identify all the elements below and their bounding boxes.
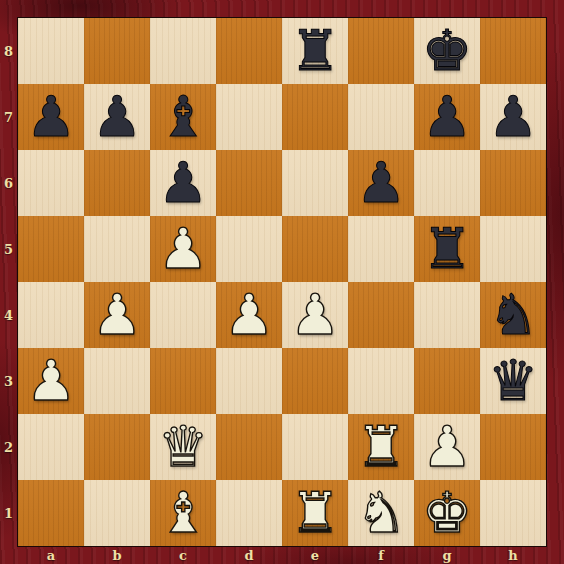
square-b3[interactable] (84, 348, 150, 414)
file-label-a: a (18, 547, 84, 564)
white-pawn-c5[interactable]: ♟ (150, 216, 216, 282)
rank-label-6: 6 (0, 150, 17, 216)
square-h6[interactable] (480, 150, 546, 216)
square-f4[interactable] (348, 282, 414, 348)
square-c2[interactable]: ♛ (150, 414, 216, 480)
square-b6[interactable] (84, 150, 150, 216)
square-a3[interactable]: ♟ (18, 348, 84, 414)
square-d5[interactable] (216, 216, 282, 282)
square-c1[interactable]: ♝ (150, 480, 216, 546)
square-a7[interactable]: ♟ (18, 84, 84, 150)
square-b7[interactable]: ♟ (84, 84, 150, 150)
black-pawn-a7[interactable]: ♟ (18, 84, 84, 150)
square-g3[interactable] (414, 348, 480, 414)
square-d2[interactable] (216, 414, 282, 480)
square-e1[interactable]: ♜ (282, 480, 348, 546)
square-c7[interactable]: ♝ (150, 84, 216, 150)
file-label-b: b (84, 547, 150, 564)
black-pawn-g7[interactable]: ♟ (414, 84, 480, 150)
square-b2[interactable] (84, 414, 150, 480)
square-g7[interactable]: ♟ (414, 84, 480, 150)
square-e2[interactable] (282, 414, 348, 480)
black-pawn-f6[interactable]: ♟ (348, 150, 414, 216)
square-f1[interactable]: ♞ (348, 480, 414, 546)
board-frame: ♜♚♟♟♝♟♟♟♟♟♜♟♟♟♞♟♛♛♜♟♝♜♞♚ 87654321 abcdef… (0, 0, 564, 564)
square-h3[interactable]: ♛ (480, 348, 546, 414)
rank-label-2: 2 (0, 414, 17, 480)
black-pawn-c6[interactable]: ♟ (150, 150, 216, 216)
square-a6[interactable] (18, 150, 84, 216)
square-b4[interactable]: ♟ (84, 282, 150, 348)
white-rook-e1[interactable]: ♜ (282, 480, 348, 546)
square-e3[interactable] (282, 348, 348, 414)
square-a5[interactable] (18, 216, 84, 282)
white-pawn-e4[interactable]: ♟ (282, 282, 348, 348)
square-g6[interactable] (414, 150, 480, 216)
square-f2[interactable]: ♜ (348, 414, 414, 480)
square-c8[interactable] (150, 18, 216, 84)
black-knight-h4[interactable]: ♞ (480, 282, 546, 348)
rank-label-8: 8 (0, 18, 17, 84)
square-b8[interactable] (84, 18, 150, 84)
square-f6[interactable]: ♟ (348, 150, 414, 216)
white-king-g1[interactable]: ♚ (414, 480, 480, 546)
square-c4[interactable] (150, 282, 216, 348)
file-label-e: e (282, 547, 348, 564)
square-b1[interactable] (84, 480, 150, 546)
square-h2[interactable] (480, 414, 546, 480)
square-h4[interactable]: ♞ (480, 282, 546, 348)
black-queen-h3[interactable]: ♛ (480, 348, 546, 414)
square-f8[interactable] (348, 18, 414, 84)
square-e6[interactable] (282, 150, 348, 216)
square-h8[interactable] (480, 18, 546, 84)
black-bishop-c7[interactable]: ♝ (150, 84, 216, 150)
file-label-f: f (348, 547, 414, 564)
square-e8[interactable]: ♜ (282, 18, 348, 84)
black-rook-e8[interactable]: ♜ (282, 18, 348, 84)
square-g1[interactable]: ♚ (414, 480, 480, 546)
file-label-c: c (150, 547, 216, 564)
square-g4[interactable] (414, 282, 480, 348)
rank-label-5: 5 (0, 216, 17, 282)
white-pawn-b4[interactable]: ♟ (84, 282, 150, 348)
square-f7[interactable] (348, 84, 414, 150)
square-d4[interactable]: ♟ (216, 282, 282, 348)
white-pawn-g2[interactable]: ♟ (414, 414, 480, 480)
white-knight-f1[interactable]: ♞ (348, 480, 414, 546)
white-rook-f2[interactable]: ♜ (348, 414, 414, 480)
square-h7[interactable]: ♟ (480, 84, 546, 150)
square-e7[interactable] (282, 84, 348, 150)
black-king-g8[interactable]: ♚ (414, 18, 480, 84)
black-rook-g5[interactable]: ♜ (414, 216, 480, 282)
rank-label-3: 3 (0, 348, 17, 414)
file-label-h: h (480, 547, 546, 564)
square-f5[interactable] (348, 216, 414, 282)
rank-label-7: 7 (0, 84, 17, 150)
white-bishop-c1[interactable]: ♝ (150, 480, 216, 546)
square-e5[interactable] (282, 216, 348, 282)
black-pawn-b7[interactable]: ♟ (84, 84, 150, 150)
rank-label-4: 4 (0, 282, 17, 348)
square-c6[interactable]: ♟ (150, 150, 216, 216)
white-pawn-a3[interactable]: ♟ (18, 348, 84, 414)
square-h1[interactable] (480, 480, 546, 546)
square-a1[interactable] (18, 480, 84, 546)
square-b5[interactable] (84, 216, 150, 282)
square-d1[interactable] (216, 480, 282, 546)
square-g8[interactable]: ♚ (414, 18, 480, 84)
file-label-d: d (216, 547, 282, 564)
square-a2[interactable] (18, 414, 84, 480)
square-g2[interactable]: ♟ (414, 414, 480, 480)
square-h5[interactable] (480, 216, 546, 282)
black-pawn-h7[interactable]: ♟ (480, 84, 546, 150)
square-g5[interactable]: ♜ (414, 216, 480, 282)
square-c3[interactable] (150, 348, 216, 414)
square-e4[interactable]: ♟ (282, 282, 348, 348)
square-d3[interactable] (216, 348, 282, 414)
square-f3[interactable] (348, 348, 414, 414)
square-d6[interactable] (216, 150, 282, 216)
square-d8[interactable] (216, 18, 282, 84)
square-a8[interactable] (18, 18, 84, 84)
file-label-g: g (414, 547, 480, 564)
chess-board: ♜♚♟♟♝♟♟♟♟♟♜♟♟♟♞♟♛♛♜♟♝♜♞♚ (17, 17, 547, 547)
white-pawn-d4[interactable]: ♟ (216, 282, 282, 348)
square-c5[interactable]: ♟ (150, 216, 216, 282)
white-queen-c2[interactable]: ♛ (150, 414, 216, 480)
square-d7[interactable] (216, 84, 282, 150)
square-a4[interactable] (18, 282, 84, 348)
rank-label-1: 1 (0, 480, 17, 546)
